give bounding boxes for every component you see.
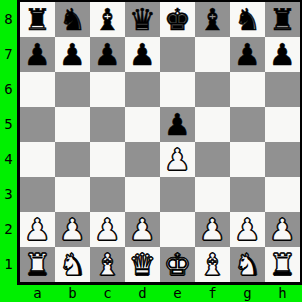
- rank-label-5: 5: [0, 107, 17, 142]
- piece-white-pawn[interactable]: ♟: [230, 212, 265, 247]
- piece-white-knight[interactable]: ♞: [55, 247, 90, 282]
- square-a2[interactable]: ♟: [20, 212, 55, 247]
- piece-black-pawn[interactable]: ♟: [125, 37, 160, 72]
- file-label-h: h: [265, 285, 300, 302]
- piece-white-bishop[interactable]: ♝: [195, 247, 230, 282]
- square-g1[interactable]: ♞: [230, 247, 265, 282]
- square-f5[interactable]: [195, 107, 230, 142]
- square-g2[interactable]: ♟: [230, 212, 265, 247]
- square-c2[interactable]: ♟: [90, 212, 125, 247]
- piece-white-bishop[interactable]: ♝: [90, 247, 125, 282]
- square-f7[interactable]: [195, 37, 230, 72]
- file-label-e: e: [160, 285, 195, 302]
- chess-board: ♜♞♝♛♚♝♞♜♟♟♟♟♟♟♟♟♟♟♟♟♟♟♟♜♞♝♛♚♝♞♜: [20, 2, 300, 282]
- piece-black-bishop[interactable]: ♝: [195, 2, 230, 37]
- square-b3[interactable]: [55, 177, 90, 212]
- piece-black-pawn[interactable]: ♟: [265, 37, 300, 72]
- piece-black-pawn[interactable]: ♟: [160, 107, 195, 142]
- piece-white-pawn[interactable]: ♟: [55, 212, 90, 247]
- square-c8[interactable]: ♝: [90, 2, 125, 37]
- piece-black-bishop[interactable]: ♝: [90, 2, 125, 37]
- file-label-d: d: [125, 285, 160, 302]
- piece-black-king[interactable]: ♚: [160, 2, 195, 37]
- piece-white-pawn[interactable]: ♟: [125, 212, 160, 247]
- rank-label-2: 2: [0, 212, 17, 247]
- square-h5[interactable]: [265, 107, 300, 142]
- square-c7[interactable]: ♟: [90, 37, 125, 72]
- square-h2[interactable]: ♟: [265, 212, 300, 247]
- square-e2[interactable]: [160, 212, 195, 247]
- square-a5[interactable]: [20, 107, 55, 142]
- square-b8[interactable]: ♞: [55, 2, 90, 37]
- file-label-g: g: [230, 285, 265, 302]
- square-d4[interactable]: [125, 142, 160, 177]
- square-a6[interactable]: [20, 72, 55, 107]
- chess-board-app: 87654321 ♜♞♝♛♚♝♞♜♟♟♟♟♟♟♟♟♟♟♟♟♟♟♟♜♞♝♛♚♝♞♜…: [0, 0, 302, 302]
- piece-black-pawn[interactable]: ♟: [20, 37, 55, 72]
- file-labels: abcdefgh: [20, 285, 300, 302]
- square-g5[interactable]: [230, 107, 265, 142]
- rank-label-8: 8: [0, 2, 17, 37]
- rank-label-3: 3: [0, 177, 17, 212]
- square-e8[interactable]: ♚: [160, 2, 195, 37]
- square-h4[interactable]: [265, 142, 300, 177]
- square-a7[interactable]: ♟: [20, 37, 55, 72]
- piece-black-rook[interactable]: ♜: [20, 2, 55, 37]
- rank-label-1: 1: [0, 247, 17, 282]
- square-e5[interactable]: ♟: [160, 107, 195, 142]
- square-h6[interactable]: [265, 72, 300, 107]
- square-b2[interactable]: ♟: [55, 212, 90, 247]
- piece-black-pawn[interactable]: ♟: [230, 37, 265, 72]
- square-a8[interactable]: ♜: [20, 2, 55, 37]
- square-c3[interactable]: [90, 177, 125, 212]
- piece-white-pawn[interactable]: ♟: [160, 142, 195, 177]
- square-d2[interactable]: ♟: [125, 212, 160, 247]
- square-f4[interactable]: [195, 142, 230, 177]
- square-g7[interactable]: ♟: [230, 37, 265, 72]
- piece-white-queen[interactable]: ♛: [125, 247, 160, 282]
- square-h8[interactable]: ♜: [265, 2, 300, 37]
- square-e3[interactable]: [160, 177, 195, 212]
- square-h3[interactable]: [265, 177, 300, 212]
- piece-white-pawn[interactable]: ♟: [90, 212, 125, 247]
- rank-label-6: 6: [0, 72, 17, 107]
- square-a3[interactable]: [20, 177, 55, 212]
- square-f3[interactable]: [195, 177, 230, 212]
- square-e4[interactable]: ♟: [160, 142, 195, 177]
- rank-label-7: 7: [0, 37, 17, 72]
- piece-black-pawn[interactable]: ♟: [90, 37, 125, 72]
- piece-black-pawn[interactable]: ♟: [55, 37, 90, 72]
- square-b4[interactable]: [55, 142, 90, 177]
- square-d6[interactable]: [125, 72, 160, 107]
- square-f1[interactable]: ♝: [195, 247, 230, 282]
- square-a1[interactable]: ♜: [20, 247, 55, 282]
- piece-black-rook[interactable]: ♜: [265, 2, 300, 37]
- file-label-f: f: [195, 285, 230, 302]
- square-e1[interactable]: ♚: [160, 247, 195, 282]
- square-b5[interactable]: [55, 107, 90, 142]
- square-g6[interactable]: [230, 72, 265, 107]
- square-d7[interactable]: ♟: [125, 37, 160, 72]
- square-c6[interactable]: [90, 72, 125, 107]
- piece-white-pawn[interactable]: ♟: [20, 212, 55, 247]
- file-label-a: a: [20, 285, 55, 302]
- square-d3[interactable]: [125, 177, 160, 212]
- square-d1[interactable]: ♛: [125, 247, 160, 282]
- square-f6[interactable]: [195, 72, 230, 107]
- square-c1[interactable]: ♝: [90, 247, 125, 282]
- square-b6[interactable]: [55, 72, 90, 107]
- piece-black-knight[interactable]: ♞: [230, 2, 265, 37]
- square-b7[interactable]: ♟: [55, 37, 90, 72]
- square-b1[interactable]: ♞: [55, 247, 90, 282]
- rank-label-4: 4: [0, 142, 17, 177]
- square-d5[interactable]: [125, 107, 160, 142]
- square-f8[interactable]: ♝: [195, 2, 230, 37]
- square-f2[interactable]: ♟: [195, 212, 230, 247]
- square-e6[interactable]: [160, 72, 195, 107]
- file-label-b: b: [55, 285, 90, 302]
- square-a4[interactable]: [20, 142, 55, 177]
- piece-white-knight[interactable]: ♞: [230, 247, 265, 282]
- square-e7[interactable]: [160, 37, 195, 72]
- square-h7[interactable]: ♟: [265, 37, 300, 72]
- square-g4[interactable]: [230, 142, 265, 177]
- piece-white-pawn[interactable]: ♟: [195, 212, 230, 247]
- square-g3[interactable]: [230, 177, 265, 212]
- square-c4[interactable]: [90, 142, 125, 177]
- square-g8[interactable]: ♞: [230, 2, 265, 37]
- file-label-c: c: [90, 285, 125, 302]
- piece-white-king[interactable]: ♚: [160, 247, 195, 282]
- square-c5[interactable]: [90, 107, 125, 142]
- square-h1[interactable]: ♜: [265, 247, 300, 282]
- square-d8[interactable]: ♛: [125, 2, 160, 37]
- rank-labels: 87654321: [0, 2, 17, 282]
- piece-white-pawn[interactable]: ♟: [265, 212, 300, 247]
- board-frame: ♜♞♝♛♚♝♞♜♟♟♟♟♟♟♟♟♟♟♟♟♟♟♟♜♞♝♛♚♝♞♜: [17, 0, 302, 285]
- piece-white-rook[interactable]: ♜: [20, 247, 55, 282]
- piece-white-rook[interactable]: ♜: [265, 247, 300, 282]
- piece-black-queen[interactable]: ♛: [125, 2, 160, 37]
- piece-black-knight[interactable]: ♞: [55, 2, 90, 37]
